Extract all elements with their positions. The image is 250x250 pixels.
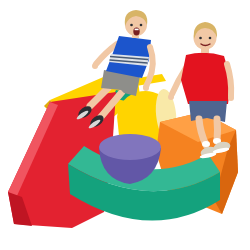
product-photo (0, 0, 250, 250)
boy-right-shirt (181, 53, 231, 104)
boy-right-sock-1 (202, 141, 210, 147)
boy-left-hand-left (92, 63, 98, 69)
boy-right-eye-2 (209, 37, 212, 40)
boy-left-eye-1 (130, 24, 133, 27)
purple-step-top (99, 134, 161, 160)
boy-right-hand-left (168, 94, 174, 100)
boy-right-hand-right (228, 95, 234, 101)
boy-right-leg-2 (217, 119, 218, 141)
boy-left-hand-right (143, 85, 149, 91)
boy-right-eye-1 (199, 37, 202, 40)
soft-play-scene (0, 0, 250, 250)
boy-left-teeth (135, 29, 139, 31)
boy-left-eye-2 (140, 24, 143, 27)
